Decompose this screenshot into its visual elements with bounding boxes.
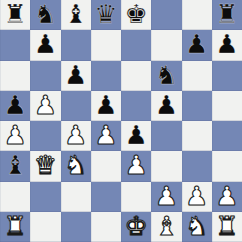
square-c4[interactable]: ♟: [61, 121, 91, 151]
square-a8[interactable]: ♜: [0, 0, 30, 30]
square-c8[interactable]: ♝: [61, 0, 91, 30]
white-pawn[interactable]: ♟: [64, 122, 87, 148]
square-h4[interactable]: [212, 121, 242, 151]
white-rook[interactable]: ♜: [215, 213, 238, 239]
black-queen[interactable]: ♛: [94, 1, 117, 27]
black-pawn[interactable]: ♟: [64, 62, 87, 88]
square-g6[interactable]: [182, 61, 212, 91]
square-c3[interactable]: ♞: [61, 151, 91, 181]
black-pawn[interactable]: ♟: [34, 31, 57, 57]
white-pawn[interactable]: ♟: [215, 183, 238, 209]
black-pawn[interactable]: ♟: [124, 122, 147, 148]
square-h1[interactable]: ♜: [212, 212, 242, 242]
square-b6[interactable]: [30, 61, 60, 91]
square-a6[interactable]: [0, 61, 30, 91]
square-b7[interactable]: ♟: [30, 30, 60, 60]
white-pawn[interactable]: ♟: [124, 152, 147, 178]
square-g2[interactable]: ♟: [182, 182, 212, 212]
square-d8[interactable]: ♛: [91, 0, 121, 30]
square-g7[interactable]: ♟: [182, 30, 212, 60]
square-h5[interactable]: [212, 91, 242, 121]
square-d7[interactable]: [91, 30, 121, 60]
square-g3[interactable]: [182, 151, 212, 181]
square-h7[interactable]: ♟: [212, 30, 242, 60]
square-f6[interactable]: ♞: [151, 61, 181, 91]
white-pawn[interactable]: ♟: [34, 92, 57, 118]
black-pawn[interactable]: ♟: [3, 92, 26, 118]
white-pawn[interactable]: ♟: [3, 122, 26, 148]
black-knight[interactable]: ♞: [155, 62, 178, 88]
white-rook[interactable]: ♜: [3, 213, 26, 239]
square-g5[interactable]: [182, 91, 212, 121]
square-g8[interactable]: [182, 0, 212, 30]
square-b5[interactable]: ♟: [30, 91, 60, 121]
white-pawn[interactable]: ♟: [94, 122, 117, 148]
square-c6[interactable]: ♟: [61, 61, 91, 91]
square-c2[interactable]: [61, 182, 91, 212]
square-g4[interactable]: [182, 121, 212, 151]
square-a4[interactable]: ♟: [0, 121, 30, 151]
square-f3[interactable]: [151, 151, 181, 181]
square-c5[interactable]: [61, 91, 91, 121]
black-pawn[interactable]: ♟: [185, 31, 208, 57]
black-knight[interactable]: ♞: [34, 1, 57, 27]
square-b1[interactable]: [30, 212, 60, 242]
black-rook[interactable]: ♜: [3, 1, 26, 27]
square-b2[interactable]: [30, 182, 60, 212]
square-h6[interactable]: [212, 61, 242, 91]
square-f4[interactable]: [151, 121, 181, 151]
square-e5[interactable]: [121, 91, 151, 121]
square-d3[interactable]: [91, 151, 121, 181]
black-bishop[interactable]: ♝: [3, 152, 26, 178]
square-b8[interactable]: ♞: [30, 0, 60, 30]
square-d6[interactable]: [91, 61, 121, 91]
square-h3[interactable]: [212, 151, 242, 181]
square-h8[interactable]: ♜: [212, 0, 242, 30]
square-a2[interactable]: [0, 182, 30, 212]
square-e2[interactable]: [121, 182, 151, 212]
white-knight[interactable]: ♞: [185, 213, 208, 239]
square-d2[interactable]: [91, 182, 121, 212]
square-b3[interactable]: ♛: [30, 151, 60, 181]
square-e1[interactable]: ♚: [121, 212, 151, 242]
white-king[interactable]: ♚: [124, 213, 147, 239]
square-d5[interactable]: ♟: [91, 91, 121, 121]
square-f7[interactable]: [151, 30, 181, 60]
square-g1[interactable]: ♞: [182, 212, 212, 242]
square-a1[interactable]: ♜: [0, 212, 30, 242]
white-knight[interactable]: ♞: [64, 152, 87, 178]
black-rook[interactable]: ♜: [215, 1, 238, 27]
black-king[interactable]: ♚: [124, 1, 147, 27]
white-bishop[interactable]: ♝: [155, 213, 178, 239]
square-d1[interactable]: [91, 212, 121, 242]
square-e8[interactable]: ♚: [121, 0, 151, 30]
black-pawn[interactable]: ♟: [94, 92, 117, 118]
square-c1[interactable]: [61, 212, 91, 242]
square-e4[interactable]: ♟: [121, 121, 151, 151]
square-a3[interactable]: ♝: [0, 151, 30, 181]
square-f5[interactable]: ♟: [151, 91, 181, 121]
black-pawn[interactable]: ♟: [155, 92, 178, 118]
square-a7[interactable]: [0, 30, 30, 60]
black-bishop[interactable]: ♝: [64, 1, 87, 27]
square-b4[interactable]: [30, 121, 60, 151]
white-queen[interactable]: ♛: [34, 152, 57, 178]
square-e6[interactable]: [121, 61, 151, 91]
square-e3[interactable]: ♟: [121, 151, 151, 181]
square-a5[interactable]: ♟: [0, 91, 30, 121]
white-pawn[interactable]: ♟: [185, 183, 208, 209]
square-f1[interactable]: ♝: [151, 212, 181, 242]
square-d4[interactable]: ♟: [91, 121, 121, 151]
white-pawn[interactable]: ♟: [155, 183, 178, 209]
black-pawn[interactable]: ♟: [215, 31, 238, 57]
square-f2[interactable]: ♟: [151, 182, 181, 212]
square-h2[interactable]: ♟: [212, 182, 242, 212]
chess-board: ♜♞♝♛♚♜♟♟♟♟♞♟♟♟♟♟♟♟♟♝♛♞♟♟♟♟♜♚♝♞♜: [0, 0, 242, 242]
square-c7[interactable]: [61, 30, 91, 60]
square-e7[interactable]: [121, 30, 151, 60]
square-f8[interactable]: [151, 0, 181, 30]
